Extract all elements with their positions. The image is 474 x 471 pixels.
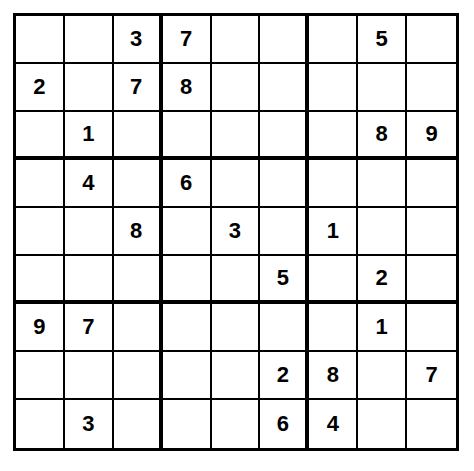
cell-r4c5-empty[interactable] <box>212 160 261 208</box>
cell-r8c3-empty[interactable] <box>114 352 163 400</box>
cell-r4c8-empty[interactable] <box>358 160 407 208</box>
cell-r6c6-given[interactable]: 5 <box>260 256 309 304</box>
cell-r8c5-empty[interactable] <box>212 352 261 400</box>
cell-r4c7-empty[interactable] <box>309 160 358 208</box>
cell-r2c6-empty[interactable] <box>260 64 309 112</box>
cell-r6c3-empty[interactable] <box>114 256 163 304</box>
cell-r1c7-empty[interactable] <box>309 16 358 64</box>
cell-r8c4-empty[interactable] <box>163 352 212 400</box>
cell-r1c9-empty[interactable] <box>407 16 456 64</box>
cell-r8c9-given[interactable]: 7 <box>407 352 456 400</box>
cell-r2c3-given[interactable]: 7 <box>114 64 163 112</box>
cell-r3c5-empty[interactable] <box>212 112 261 160</box>
cell-r2c7-empty[interactable] <box>309 64 358 112</box>
cell-r7c1-given[interactable]: 9 <box>16 304 65 352</box>
cell-r9c3-empty[interactable] <box>114 400 163 448</box>
cell-r4c3-empty[interactable] <box>114 160 163 208</box>
cell-r7c3-empty[interactable] <box>114 304 163 352</box>
cell-r7c2-given[interactable]: 7 <box>65 304 114 352</box>
sudoku-page: 3752781894683152971287364 <box>0 0 474 471</box>
cell-r1c6-empty[interactable] <box>260 16 309 64</box>
cell-r6c8-given[interactable]: 2 <box>358 256 407 304</box>
cell-r1c8-given[interactable]: 5 <box>358 16 407 64</box>
cell-r6c9-empty[interactable] <box>407 256 456 304</box>
cell-r5c3-given[interactable]: 8 <box>114 208 163 256</box>
cell-r4c1-empty[interactable] <box>16 160 65 208</box>
cell-r7c9-empty[interactable] <box>407 304 456 352</box>
cell-r3c9-given[interactable]: 9 <box>407 112 456 160</box>
cell-r6c2-empty[interactable] <box>65 256 114 304</box>
cell-r9c2-given[interactable]: 3 <box>65 400 114 448</box>
cell-r7c6-empty[interactable] <box>260 304 309 352</box>
sudoku-board: 3752781894683152971287364 <box>13 13 459 451</box>
cell-r6c5-empty[interactable] <box>212 256 261 304</box>
cell-r1c4-given[interactable]: 7 <box>163 16 212 64</box>
cell-r5c8-empty[interactable] <box>358 208 407 256</box>
cell-r1c2-empty[interactable] <box>65 16 114 64</box>
cell-r8c8-empty[interactable] <box>358 352 407 400</box>
cell-r5c5-given[interactable]: 3 <box>212 208 261 256</box>
cell-r5c4-empty[interactable] <box>163 208 212 256</box>
cell-r9c5-empty[interactable] <box>212 400 261 448</box>
cell-r1c3-given[interactable]: 3 <box>114 16 163 64</box>
cell-r2c4-given[interactable]: 8 <box>163 64 212 112</box>
cell-r5c1-empty[interactable] <box>16 208 65 256</box>
cell-r5c2-empty[interactable] <box>65 208 114 256</box>
cell-r8c7-given[interactable]: 8 <box>309 352 358 400</box>
cell-r3c1-empty[interactable] <box>16 112 65 160</box>
cell-r6c1-empty[interactable] <box>16 256 65 304</box>
cell-r5c6-empty[interactable] <box>260 208 309 256</box>
cell-r9c9-empty[interactable] <box>407 400 456 448</box>
cell-r1c5-empty[interactable] <box>212 16 261 64</box>
cell-r8c6-given[interactable]: 2 <box>260 352 309 400</box>
cell-r4c6-empty[interactable] <box>260 160 309 208</box>
cell-r8c1-empty[interactable] <box>16 352 65 400</box>
cell-r7c5-empty[interactable] <box>212 304 261 352</box>
cell-r1c1-empty[interactable] <box>16 16 65 64</box>
cell-r4c4-given[interactable]: 6 <box>163 160 212 208</box>
cell-r7c4-empty[interactable] <box>163 304 212 352</box>
cell-r7c8-given[interactable]: 1 <box>358 304 407 352</box>
cell-r9c7-given[interactable]: 4 <box>309 400 358 448</box>
cell-r9c8-empty[interactable] <box>358 400 407 448</box>
cell-r5c9-empty[interactable] <box>407 208 456 256</box>
cell-r2c2-empty[interactable] <box>65 64 114 112</box>
cell-r2c9-empty[interactable] <box>407 64 456 112</box>
cell-r3c2-given[interactable]: 1 <box>65 112 114 160</box>
cell-r3c3-empty[interactable] <box>114 112 163 160</box>
cell-r3c6-empty[interactable] <box>260 112 309 160</box>
cell-r8c2-empty[interactable] <box>65 352 114 400</box>
cell-r9c6-given[interactable]: 6 <box>260 400 309 448</box>
cell-r7c7-empty[interactable] <box>309 304 358 352</box>
cell-r3c8-given[interactable]: 8 <box>358 112 407 160</box>
cell-r3c4-empty[interactable] <box>163 112 212 160</box>
cell-r9c1-empty[interactable] <box>16 400 65 448</box>
cell-r4c9-empty[interactable] <box>407 160 456 208</box>
cell-r6c4-empty[interactable] <box>163 256 212 304</box>
cell-r2c8-empty[interactable] <box>358 64 407 112</box>
cell-r4c2-given[interactable]: 4 <box>65 160 114 208</box>
cell-r2c5-empty[interactable] <box>212 64 261 112</box>
cell-r3c7-empty[interactable] <box>309 112 358 160</box>
cell-r5c7-given[interactable]: 1 <box>309 208 358 256</box>
cell-r9c4-empty[interactable] <box>163 400 212 448</box>
cell-r6c7-empty[interactable] <box>309 256 358 304</box>
cell-r2c1-given[interactable]: 2 <box>16 64 65 112</box>
